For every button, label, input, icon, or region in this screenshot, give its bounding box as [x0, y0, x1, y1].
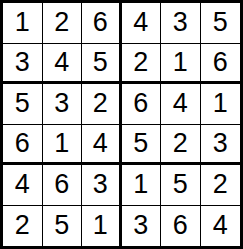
sudoku-cell-r2c3[interactable]: 5: [82, 44, 122, 85]
sudoku-cell-r3c2[interactable]: 3: [43, 84, 83, 125]
sudoku-board: 126435345216532641614523463152251364: [0, 0, 243, 249]
sudoku-cell-r1c5[interactable]: 3: [161, 3, 201, 44]
sudoku-cell-r6c4[interactable]: 3: [122, 206, 162, 247]
sudoku-cell-r6c5[interactable]: 6: [161, 206, 201, 247]
sudoku-cell-r3c3[interactable]: 2: [82, 84, 122, 125]
sudoku-cell-r1c6[interactable]: 5: [201, 3, 241, 44]
sudoku-cell-r3c5[interactable]: 4: [161, 84, 201, 125]
sudoku-cell-r5c4[interactable]: 1: [122, 165, 162, 206]
sudoku-cell-r4c1[interactable]: 6: [3, 125, 43, 166]
sudoku-cell-r4c2[interactable]: 1: [43, 125, 83, 166]
sudoku-cell-r2c2[interactable]: 4: [43, 44, 83, 85]
sudoku-cell-r5c1[interactable]: 4: [3, 165, 43, 206]
sudoku-cell-r2c5[interactable]: 1: [161, 44, 201, 85]
sudoku-cell-r1c1[interactable]: 1: [3, 3, 43, 44]
sudoku-cell-r4c5[interactable]: 2: [161, 125, 201, 166]
sudoku-cell-r1c4[interactable]: 4: [122, 3, 162, 44]
sudoku-cell-r3c1[interactable]: 5: [3, 84, 43, 125]
sudoku-cell-r2c4[interactable]: 2: [122, 44, 162, 85]
sudoku-cell-r5c3[interactable]: 3: [82, 165, 122, 206]
sudoku-cell-r5c6[interactable]: 2: [201, 165, 241, 206]
sudoku-cell-r3c4[interactable]: 6: [122, 84, 162, 125]
sudoku-cell-r4c4[interactable]: 5: [122, 125, 162, 166]
sudoku-cell-r2c6[interactable]: 6: [201, 44, 241, 85]
sudoku-cell-r5c5[interactable]: 5: [161, 165, 201, 206]
sudoku-cell-r6c1[interactable]: 2: [3, 206, 43, 247]
sudoku-cell-r1c3[interactable]: 6: [82, 3, 122, 44]
sudoku-cell-r1c2[interactable]: 2: [43, 3, 83, 44]
sudoku-cell-r6c2[interactable]: 5: [43, 206, 83, 247]
sudoku-cell-r2c1[interactable]: 3: [3, 44, 43, 85]
sudoku-cell-r6c6[interactable]: 4: [201, 206, 241, 247]
sudoku-cell-r3c6[interactable]: 1: [201, 84, 241, 125]
sudoku-cell-r5c2[interactable]: 6: [43, 165, 83, 206]
sudoku-cell-r4c3[interactable]: 4: [82, 125, 122, 166]
sudoku-cell-r6c3[interactable]: 1: [82, 206, 122, 247]
sudoku-cell-r4c6[interactable]: 3: [201, 125, 241, 166]
